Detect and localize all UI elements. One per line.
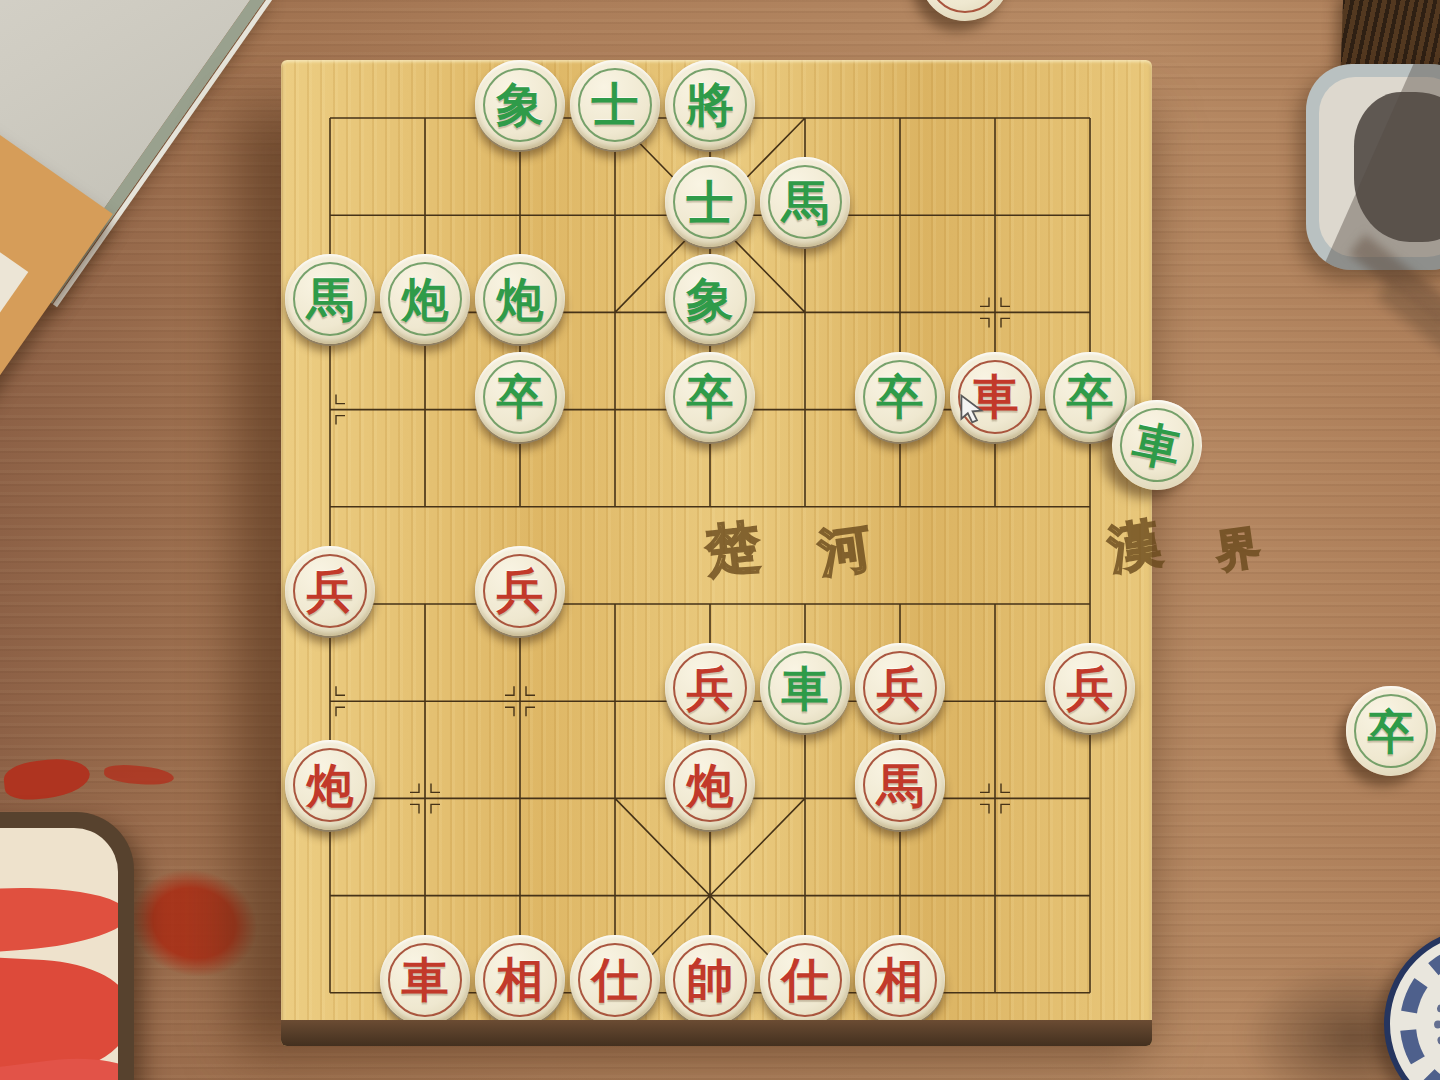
piece-green-advisor[interactable]: 士 — [570, 60, 660, 150]
board-intersection[interactable]: 將 — [663, 69, 758, 166]
ink-pad — [0, 828, 118, 1080]
piece-red-soldier[interactable]: 兵 — [855, 643, 945, 733]
xiangqi-board[interactable]: 楚河漢界 象士將士馬馬炮炮象卒卒卒車卒兵兵兵車兵兵炮炮馬車相仕帥仕相 — [281, 60, 1152, 1046]
board-intersection[interactable]: 卒 — [473, 361, 568, 458]
ink-stone-tray-right — [1306, 64, 1440, 270]
piece-green-elephant[interactable]: 象 — [665, 254, 755, 344]
piece-ring — [1113, 401, 1201, 489]
piece-ring — [863, 651, 937, 725]
piece-red-cannon[interactable]: 炮 — [665, 740, 755, 830]
piece-green-horse[interactable]: 馬 — [285, 254, 375, 344]
piece-red-general[interactable]: 帥 — [665, 935, 755, 1025]
board-intersection[interactable]: 象 — [663, 264, 758, 361]
board-intersection[interactable]: 兵 — [663, 653, 758, 750]
board-intersection[interactable]: 仕 — [758, 944, 853, 1041]
board-intersection[interactable]: 車 — [378, 944, 473, 1041]
board-intersection[interactable]: 車 — [948, 361, 1043, 458]
red-seal-ink-tray — [0, 812, 134, 1080]
piece-ring — [578, 943, 652, 1017]
piece-green-captured-soldier-on-table[interactable]: 卒 — [1346, 686, 1436, 776]
piece-ring — [483, 554, 557, 628]
piece-ring — [1053, 360, 1127, 434]
piece-red-soldier[interactable]: 兵 — [1045, 643, 1135, 733]
piece-green-general[interactable]: 將 — [665, 60, 755, 150]
piece-green-soldier[interactable]: 卒 — [475, 352, 565, 442]
board-intersection[interactable]: 炮 — [283, 750, 378, 847]
piece-red-captured-piece-top-edge[interactable] — [920, 0, 1010, 21]
piece-green-elephant[interactable]: 象 — [475, 60, 565, 150]
board-intersection[interactable]: 卒 — [853, 361, 948, 458]
piece-ring — [673, 262, 747, 336]
piece-red-chariot[interactable]: 車 — [950, 352, 1040, 442]
piece-red-chariot[interactable]: 車 — [380, 935, 470, 1025]
piece-ring — [673, 748, 747, 822]
board-intersection[interactable]: 炮 — [378, 264, 473, 361]
piece-ring — [483, 360, 557, 434]
piece-ring — [483, 943, 557, 1017]
piece-red-horse[interactable]: 馬 — [855, 740, 945, 830]
board-intersection[interactable]: 馬 — [853, 750, 948, 847]
piece-ring — [483, 262, 557, 336]
piece-green-cannon[interactable]: 炮 — [475, 254, 565, 344]
piece-ring — [1053, 651, 1127, 725]
board-intersection[interactable]: 炮 — [663, 750, 758, 847]
game-scene: 楚河漢界 象士將士馬馬炮炮象卒卒卒車卒兵兵兵車兵兵炮炮馬車相仕帥仕相 車卒 — [0, 0, 1440, 1080]
piece-ring — [863, 748, 937, 822]
board-intersection[interactable]: 相 — [473, 944, 568, 1041]
piece-ring — [928, 0, 1002, 13]
piece-ring — [768, 943, 842, 1017]
piece-layer: 象士將士馬馬炮炮象卒卒卒車卒兵兵兵車兵兵炮炮馬車相仕帥仕相 — [283, 69, 1138, 1041]
blue-white-porcelain-bowl — [1384, 928, 1440, 1080]
board-intersection[interactable]: 仕 — [568, 944, 663, 1041]
board-intersection[interactable]: 卒 — [663, 361, 758, 458]
piece-green-cannon[interactable]: 炮 — [380, 254, 470, 344]
board-intersection[interactable]: 馬 — [283, 264, 378, 361]
piece-ring — [293, 262, 367, 336]
red-ink-splatter — [103, 764, 174, 787]
piece-ring — [673, 68, 747, 142]
board-intersection[interactable]: 兵 — [853, 653, 948, 750]
piece-ring — [673, 165, 747, 239]
piece-ring — [1354, 694, 1428, 768]
board-intersection[interactable]: 帥 — [663, 944, 758, 1041]
board-intersection[interactable]: 相 — [853, 944, 948, 1041]
board-intersection[interactable]: 兵 — [1043, 653, 1138, 750]
piece-ring — [388, 943, 462, 1017]
piece-red-soldier[interactable]: 兵 — [475, 546, 565, 636]
piece-ring — [768, 651, 842, 725]
piece-red-soldier[interactable]: 兵 — [285, 546, 375, 636]
piece-ring — [863, 360, 937, 434]
piece-ring — [958, 360, 1032, 434]
river-character: 界 — [1212, 517, 1264, 582]
red-ink-splatter — [2, 756, 92, 803]
board-intersection[interactable]: 象 — [473, 69, 568, 166]
board-intersection[interactable]: 兵 — [473, 555, 568, 652]
piece-green-horse[interactable]: 馬 — [760, 157, 850, 247]
piece-red-advisor[interactable]: 仕 — [570, 935, 660, 1025]
piece-red-elephant[interactable]: 相 — [475, 935, 565, 1025]
piece-ring — [863, 943, 937, 1017]
board-intersection[interactable]: 兵 — [283, 555, 378, 652]
piece-green-chariot[interactable]: 車 — [760, 643, 850, 733]
piece-green-advisor[interactable]: 士 — [665, 157, 755, 247]
board-intersection[interactable]: 炮 — [473, 264, 568, 361]
piece-red-soldier[interactable]: 兵 — [665, 643, 755, 733]
piece-ring — [293, 554, 367, 628]
board-intersection[interactable]: 車 — [758, 653, 853, 750]
piece-ring — [673, 651, 747, 725]
piece-red-cannon[interactable]: 炮 — [285, 740, 375, 830]
board-intersection[interactable]: 馬 — [758, 167, 853, 264]
piece-green-soldier[interactable]: 卒 — [855, 352, 945, 442]
piece-green-soldier[interactable]: 卒 — [665, 352, 755, 442]
piece-ring — [388, 262, 462, 336]
piece-red-advisor[interactable]: 仕 — [760, 935, 850, 1025]
piece-red-elephant[interactable]: 相 — [855, 935, 945, 1025]
piece-ring — [768, 165, 842, 239]
piece-ring — [483, 68, 557, 142]
piece-ring — [293, 748, 367, 822]
piece-ring — [673, 943, 747, 1017]
piece-ring — [578, 68, 652, 142]
board-intersection[interactable]: 士 — [663, 167, 758, 264]
piece-ring — [673, 360, 747, 434]
board-intersection[interactable]: 士 — [568, 69, 663, 166]
